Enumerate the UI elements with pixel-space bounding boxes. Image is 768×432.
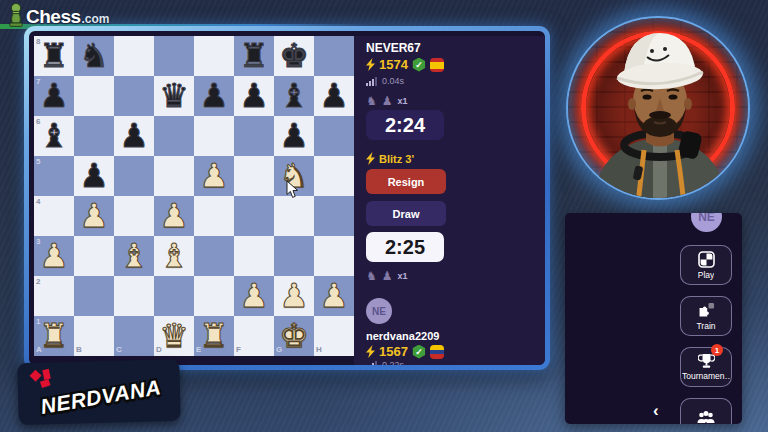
square-h3[interactable]: [314, 236, 354, 276]
square-e1[interactable]: E♜: [194, 316, 234, 356]
square-a5[interactable]: 5: [34, 156, 74, 196]
sidebar-avatar[interactable]: NE: [691, 213, 722, 232]
file-label: B: [76, 346, 82, 354]
square-b5[interactable]: ♟: [74, 156, 114, 196]
piece-white-bishop[interactable]: ♝: [159, 236, 189, 276]
captured-knight-icon: ♞: [366, 94, 378, 108]
sidebar-item-label: Play: [698, 270, 715, 280]
square-f6[interactable]: [234, 116, 274, 156]
square-e8[interactable]: [194, 36, 234, 76]
square-a7[interactable]: 7♟: [34, 76, 74, 116]
my-latency: 0.22s: [382, 360, 404, 365]
piece-black-pawn[interactable]: ♟: [319, 76, 349, 116]
square-b4[interactable]: ♟: [74, 196, 114, 236]
sidebar-item-tournaments[interactable]: 1 Tournamen…: [680, 347, 732, 387]
opponent-latency: 0.04s: [382, 76, 404, 86]
file-label: F: [236, 346, 241, 354]
square-e7[interactable]: ♟: [194, 76, 234, 116]
rank-label: 5: [36, 158, 40, 166]
square-d1[interactable]: D♛: [154, 316, 194, 356]
square-g8[interactable]: ♚: [274, 36, 314, 76]
rating-bolt-icon: [366, 345, 375, 358]
piece-white-queen[interactable]: ♛: [159, 316, 189, 356]
square-a2[interactable]: 2: [34, 276, 74, 316]
piece-black-pawn[interactable]: ♟: [39, 76, 69, 116]
site-name: Chess: [26, 6, 81, 28]
square-g7[interactable]: ♝: [274, 76, 314, 116]
connection-signal-icon: [366, 77, 378, 86]
train-puzzle-icon: [697, 302, 715, 319]
piece-white-bishop[interactable]: ♝: [119, 236, 149, 276]
piece-black-king[interactable]: ♚: [279, 36, 309, 76]
spain-flag-icon: [430, 58, 444, 72]
piece-white-pawn[interactable]: ♟: [279, 276, 309, 316]
resign-button[interactable]: Resign: [366, 169, 446, 194]
square-g3[interactable]: [274, 236, 314, 276]
square-b8[interactable]: ♞: [74, 36, 114, 76]
square-d5[interactable]: [154, 156, 194, 196]
game-window: 8♜♞♜♚7♟♛♟♟♝♟6♝♟♟5♟♟♞4♟♟3♟♝♝2♟♟♟1A♜BCD♛E♜…: [24, 26, 550, 370]
piece-white-pawn[interactable]: ♟: [239, 276, 269, 316]
collapse-sidebar-chevron[interactable]: ‹: [653, 401, 659, 421]
square-h6[interactable]: [314, 116, 354, 156]
square-g6[interactable]: ♟: [274, 116, 314, 156]
square-c7[interactable]: [114, 76, 154, 116]
square-c2[interactable]: [114, 276, 154, 316]
chess-board[interactable]: 8♜♞♜♚7♟♛♟♟♝♟6♝♟♟5♟♟♞4♟♟3♟♝♝2♟♟♟1A♜BCD♛E♜…: [34, 36, 354, 356]
my-avatar: NE: [366, 298, 392, 324]
rank-label: 4: [36, 198, 40, 206]
square-e4[interactable]: [194, 196, 234, 236]
piece-black-knight[interactable]: ♞: [79, 36, 109, 76]
square-a4[interactable]: 4: [34, 196, 74, 236]
square-c4[interactable]: [114, 196, 154, 236]
friends-icon: [696, 410, 716, 425]
piece-black-pawn[interactable]: ♟: [239, 76, 269, 116]
piece-black-pawn[interactable]: ♟: [79, 156, 109, 196]
my-clock: 2:25: [366, 232, 444, 262]
mouse-cursor-icon: [286, 180, 299, 199]
connection-signal-icon: [366, 361, 378, 366]
captured-pawn-icon: ♟: [382, 269, 394, 283]
square-h8[interactable]: [314, 36, 354, 76]
verified-badge-icon: ✓: [412, 58, 426, 72]
draw-button[interactable]: Draw: [366, 201, 446, 226]
square-c5[interactable]: [114, 156, 154, 196]
sidebar-item-friends[interactable]: [680, 398, 732, 424]
square-g2[interactable]: ♟: [274, 276, 314, 316]
square-f2[interactable]: ♟: [234, 276, 274, 316]
square-h7[interactable]: ♟: [314, 76, 354, 116]
my-rating: 1567: [379, 344, 408, 359]
sidebar-item-play[interactable]: Play: [680, 245, 732, 285]
opponent-rating: 1574: [379, 57, 408, 72]
my-username[interactable]: nerdvana2209: [366, 330, 439, 342]
square-e2[interactable]: [194, 276, 234, 316]
trophy-icon: [698, 353, 715, 369]
piece-black-queen[interactable]: ♛: [159, 76, 189, 116]
square-a1[interactable]: 1A♜: [34, 316, 74, 356]
square-b6[interactable]: [74, 116, 114, 156]
square-d8[interactable]: [154, 36, 194, 76]
rank-label: 2: [36, 278, 40, 286]
app-sidebar-panel: NE Play Train 1 Tournamen…: [565, 213, 742, 424]
square-f7[interactable]: ♟: [234, 76, 274, 116]
piece-white-king[interactable]: ♚: [279, 316, 309, 356]
square-b7[interactable]: [74, 76, 114, 116]
piece-black-rook[interactable]: ♜: [39, 36, 69, 76]
blitz-bolt-icon: [366, 152, 375, 165]
square-b1[interactable]: B: [74, 316, 114, 356]
square-f5[interactable]: [234, 156, 274, 196]
square-c3[interactable]: ♝: [114, 236, 154, 276]
piece-black-bishop[interactable]: ♝: [279, 76, 309, 116]
captured-pawn-icon: ♟: [382, 94, 394, 108]
streamer-portrait: [568, 18, 750, 200]
square-d6[interactable]: [154, 116, 194, 156]
streamer-webcam: [566, 16, 750, 200]
notification-badge: 1: [711, 344, 723, 356]
piece-white-rook[interactable]: ♜: [199, 316, 229, 356]
opponent-captures-multiplier: x1: [398, 96, 408, 106]
verified-badge-icon: ✓: [412, 345, 426, 359]
time-control-label: Blitz 3': [379, 153, 414, 165]
square-f3[interactable]: [234, 236, 274, 276]
piece-black-pawn[interactable]: ♟: [279, 116, 309, 156]
square-b3[interactable]: [74, 236, 114, 276]
piece-black-bishop[interactable]: ♝: [39, 116, 69, 156]
chesscom-logo: Chess .com: [6, 2, 110, 28]
opponent-clock: 2:24: [366, 110, 444, 140]
player-panel: NEVER67 1574 ✓ 0.04s ♞ ♟ x1 2:24: [354, 36, 545, 365]
square-c6[interactable]: ♟: [114, 116, 154, 156]
sidebar-item-label: Train: [696, 321, 715, 331]
piece-white-pawn[interactable]: ♟: [319, 276, 349, 316]
square-a6[interactable]: 6♝: [34, 116, 74, 156]
square-f1[interactable]: F: [234, 316, 274, 356]
square-f8[interactable]: ♜: [234, 36, 274, 76]
square-d3[interactable]: ♝: [154, 236, 194, 276]
square-a3[interactable]: 3♟: [34, 236, 74, 276]
square-h4[interactable]: [314, 196, 354, 236]
square-h5[interactable]: [314, 156, 354, 196]
square-d4[interactable]: ♟: [154, 196, 194, 236]
square-g4[interactable]: [274, 196, 314, 236]
site-suffix: .com: [82, 12, 110, 28]
piece-white-pawn[interactable]: ♟: [159, 196, 189, 236]
square-c8[interactable]: [114, 36, 154, 76]
sidebar-item-train[interactable]: Train: [680, 296, 732, 336]
square-b2[interactable]: [74, 276, 114, 316]
sidebar-item-label: Tournamen…: [682, 371, 730, 381]
chesscom-pawn-icon: [6, 2, 26, 28]
square-f4[interactable]: [234, 196, 274, 236]
play-board-icon: [698, 251, 715, 268]
square-e6[interactable]: [194, 116, 234, 156]
piece-white-rook[interactable]: ♜: [39, 316, 69, 356]
piece-white-pawn[interactable]: ♟: [199, 156, 229, 196]
piece-white-pawn[interactable]: ♟: [79, 196, 109, 236]
square-e3[interactable]: [194, 236, 234, 276]
window-content: 8♜♞♜♚7♟♛♟♟♝♟6♝♟♟5♟♟♞4♟♟3♟♝♝2♟♟♟1A♜BCD♛E♜…: [29, 31, 545, 365]
venezuela-flag-icon: [430, 345, 444, 359]
square-d2[interactable]: [154, 276, 194, 316]
rating-bolt-icon: [366, 58, 375, 71]
square-h1[interactable]: H: [314, 316, 354, 356]
piece-black-rook[interactable]: ♜: [239, 36, 269, 76]
square-a8[interactable]: 8♜: [34, 36, 74, 76]
square-h2[interactable]: ♟: [314, 276, 354, 316]
file-label: H: [316, 346, 322, 354]
file-label: C: [116, 346, 122, 354]
square-d7[interactable]: ♛: [154, 76, 194, 116]
streamer-logo-badge: NERDVANA: [17, 359, 181, 425]
piece-black-pawn[interactable]: ♟: [119, 116, 149, 156]
square-e5[interactable]: ♟: [194, 156, 234, 196]
square-c1[interactable]: C: [114, 316, 154, 356]
piece-black-pawn[interactable]: ♟: [199, 76, 229, 116]
piece-white-pawn[interactable]: ♟: [39, 236, 69, 276]
opponent-username[interactable]: NEVER67: [366, 41, 421, 55]
square-g1[interactable]: G♚: [274, 316, 314, 356]
captured-knight-icon: ♞: [366, 269, 378, 283]
my-captures-multiplier: x1: [398, 271, 408, 281]
